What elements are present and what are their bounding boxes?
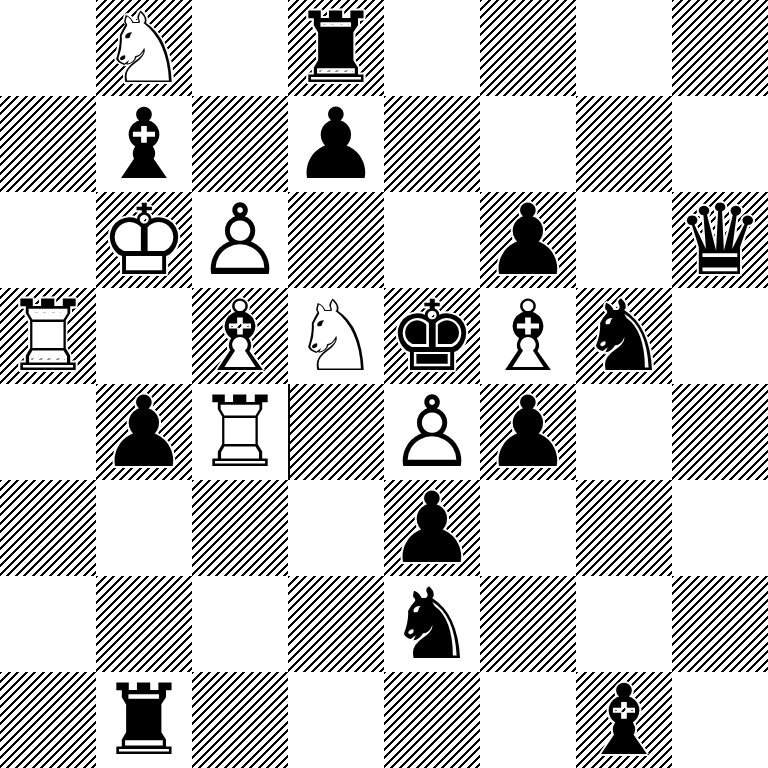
black-pawn-piece: ♟ [288,96,384,192]
piece-halo: ♞ [288,288,384,384]
white-bishop-piece: ♗ [480,288,576,384]
square-h3[interactable] [672,480,768,576]
square-h7[interactable] [672,96,768,192]
square-a2[interactable] [0,576,96,672]
piece-halo: ♜ [0,288,96,384]
square-g1[interactable]: ♝♝ [576,672,672,768]
square-c6[interactable]: ♟♙ [192,192,288,288]
square-e2[interactable]: ♞♞ [384,576,480,672]
piece-halo: ♝ [192,288,288,384]
piece-halo: ♟ [192,192,288,288]
white-rook-piece: ♖ [0,288,96,384]
black-pawn-piece: ♟ [96,384,192,480]
piece-halo: ♟ [96,384,192,480]
white-knight-piece: ♘ [288,288,384,384]
black-bishop-piece: ♝ [96,96,192,192]
square-d2[interactable] [288,576,384,672]
piece-halo: ♟ [288,96,384,192]
black-queen-piece: ♛ [672,192,768,288]
square-c2[interactable] [192,576,288,672]
square-e3[interactable]: ♟♟ [384,480,480,576]
square-f2[interactable] [480,576,576,672]
black-bishop-piece: ♝ [576,672,672,768]
square-a3[interactable] [0,480,96,576]
square-h4[interactable] [672,384,768,480]
white-pawn-piece: ♙ [192,192,288,288]
white-rook-piece: ♖ [192,384,288,480]
square-c8[interactable] [192,0,288,96]
square-g5[interactable]: ♞♞ [576,288,672,384]
square-b6[interactable]: ♚♔ [96,192,192,288]
piece-halo: ♚ [384,288,480,384]
piece-halo: ♛ [672,192,768,288]
square-c1[interactable] [192,672,288,768]
square-h1[interactable] [672,672,768,768]
square-e6[interactable] [384,192,480,288]
square-e1[interactable] [384,672,480,768]
square-c5[interactable]: ♝♗ [192,288,288,384]
piece-halo: ♞ [576,288,672,384]
square-d1[interactable] [288,672,384,768]
square-a4[interactable] [0,384,96,480]
piece-halo: ♝ [480,288,576,384]
square-f7[interactable] [480,96,576,192]
piece-halo: ♟ [480,384,576,480]
piece-halo: ♟ [384,480,480,576]
square-a5[interactable]: ♜♖ [0,288,96,384]
square-e8[interactable] [384,0,480,96]
piece-halo: ♞ [384,576,480,672]
white-pawn-piece: ♙ [384,384,480,480]
square-a8[interactable] [0,0,96,96]
chess-board: ♞♘♜♜♝♝♟♟♚♔♟♙♟♟♛♛♜♖♝♗♞♘♚♚♝♗♞♞♟♟♜♖♟♙♟♟♟♟♞♞… [0,0,768,768]
square-b2[interactable] [96,576,192,672]
square-g8[interactable] [576,0,672,96]
piece-halo: ♜ [96,672,192,768]
square-b8[interactable]: ♞♘ [96,0,192,96]
white-king-piece: ♔ [96,192,192,288]
square-d6[interactable] [288,192,384,288]
square-g7[interactable] [576,96,672,192]
square-a6[interactable] [0,192,96,288]
black-knight-piece: ♞ [576,288,672,384]
piece-halo: ♚ [96,192,192,288]
square-f1[interactable] [480,672,576,768]
square-g3[interactable] [576,480,672,576]
piece-halo: ♝ [96,96,192,192]
square-e7[interactable] [384,96,480,192]
piece-halo: ♟ [384,384,480,480]
square-f5[interactable]: ♝♗ [480,288,576,384]
square-g4[interactable] [576,384,672,480]
square-h5[interactable] [672,288,768,384]
square-h6[interactable]: ♛♛ [672,192,768,288]
square-d4[interactable] [288,384,384,480]
square-a1[interactable] [0,672,96,768]
piece-halo: ♜ [288,0,384,96]
square-h8[interactable] [672,0,768,96]
square-f6[interactable]: ♟♟ [480,192,576,288]
square-b5[interactable] [96,288,192,384]
piece-halo: ♟ [480,192,576,288]
square-c7[interactable] [192,96,288,192]
square-h2[interactable] [672,576,768,672]
black-rook-piece: ♜ [96,672,192,768]
square-d3[interactable] [288,480,384,576]
square-d5[interactable]: ♞♘ [288,288,384,384]
square-e4[interactable]: ♟♙ [384,384,480,480]
square-f8[interactable] [480,0,576,96]
square-b7[interactable]: ♝♝ [96,96,192,192]
square-a7[interactable] [0,96,96,192]
square-b4[interactable]: ♟♟ [96,384,192,480]
black-pawn-piece: ♟ [480,384,576,480]
black-pawn-piece: ♟ [384,480,480,576]
white-bishop-piece: ♗ [192,288,288,384]
square-c3[interactable] [192,480,288,576]
black-knight-piece: ♞ [384,576,480,672]
black-king-piece: ♚ [384,288,480,384]
square-g2[interactable] [576,576,672,672]
square-e5[interactable]: ♚♚ [384,288,480,384]
square-b1[interactable]: ♜♜ [96,672,192,768]
square-g6[interactable] [576,192,672,288]
piece-halo: ♜ [192,384,288,480]
square-b3[interactable] [96,480,192,576]
square-f4[interactable]: ♟♟ [480,384,576,480]
white-knight-piece: ♘ [96,0,192,96]
black-rook-piece: ♜ [288,0,384,96]
square-c4[interactable]: ♜♖ [192,384,288,480]
piece-halo: ♝ [576,672,672,768]
piece-halo: ♞ [96,0,192,96]
black-pawn-piece: ♟ [480,192,576,288]
square-d8[interactable]: ♜♜ [288,0,384,96]
square-f3[interactable] [480,480,576,576]
square-d7[interactable]: ♟♟ [288,96,384,192]
